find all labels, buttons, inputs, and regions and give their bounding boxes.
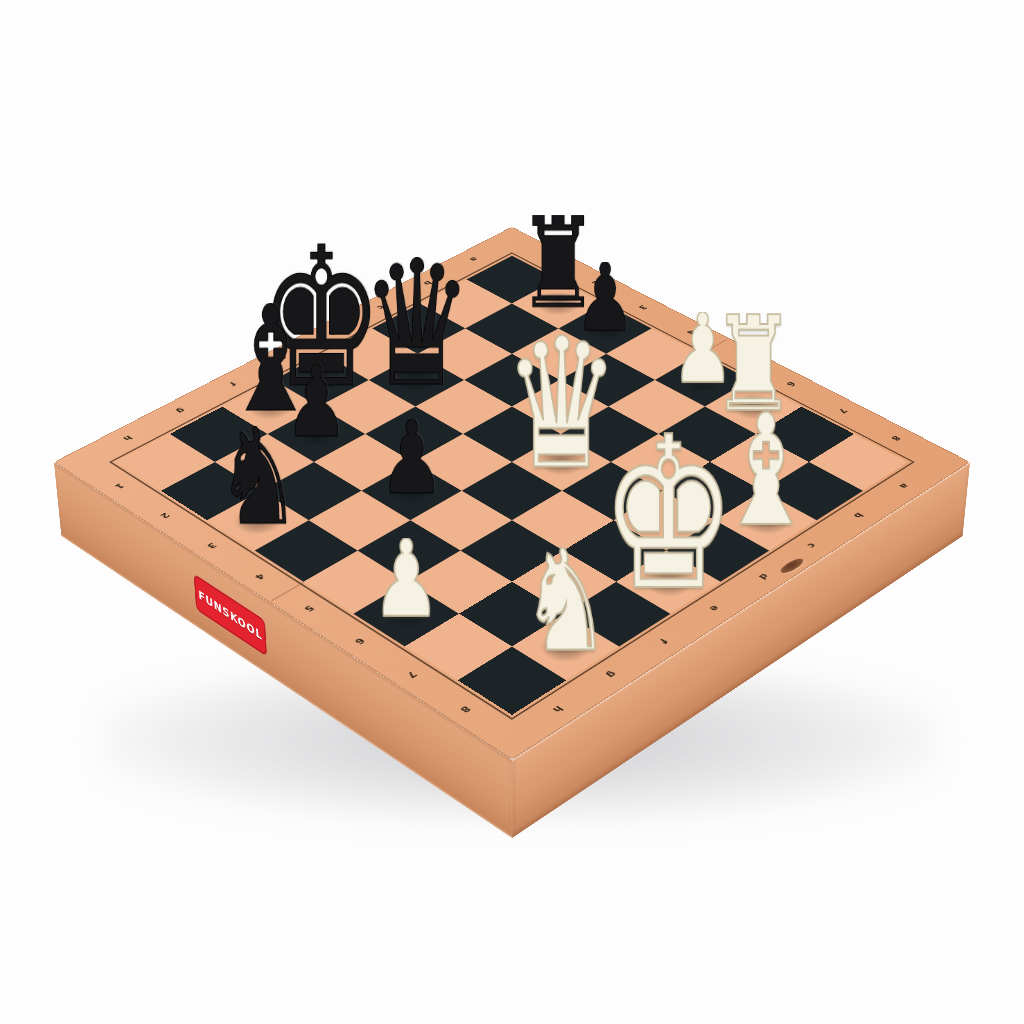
chess-box: ♝♚♟♛♜♞♟♟♛♟♟♜♞♚♝ 12345678 12345678 hgfedc… — [54, 227, 970, 760]
board-top: ♝♚♟♛♜♞♟♟♛♟♟♜♞♚♝ 12345678 12345678 hgfedc… — [54, 227, 970, 760]
piece-black-knight-h3: ♞ — [215, 426, 301, 530]
piece-white-king-e8: ♚ — [600, 432, 736, 596]
chess-box-scene: ♝♚♟♛♜♞♟♟♛♟♟♜♞♚♝ 12345678 12345678 hgfedc… — [0, 0, 1024, 1024]
square-a8 — [809, 434, 908, 491]
square-e5 — [462, 462, 562, 520]
piece-white-knight-g8: ♞ — [520, 547, 611, 657]
piece-white-pawn-h6: ♟ — [372, 538, 441, 621]
piece-black-queen-d2: ♛ — [361, 257, 473, 392]
piece-black-pawn-f4: ♟ — [379, 419, 444, 498]
file-label-h: h — [88, 417, 167, 461]
